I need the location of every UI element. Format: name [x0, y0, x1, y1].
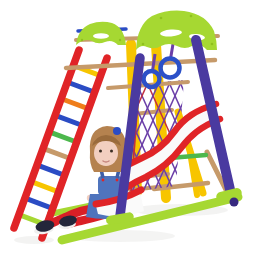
hair-bow [113, 127, 121, 135]
caster-wheel [230, 198, 239, 207]
overall-button [116, 179, 119, 182]
child-eye [110, 150, 113, 153]
play-gym-scene [0, 0, 253, 253]
product-photo-kids-play-gym [0, 0, 253, 253]
overall-button [102, 179, 105, 182]
child-eye [99, 150, 102, 153]
